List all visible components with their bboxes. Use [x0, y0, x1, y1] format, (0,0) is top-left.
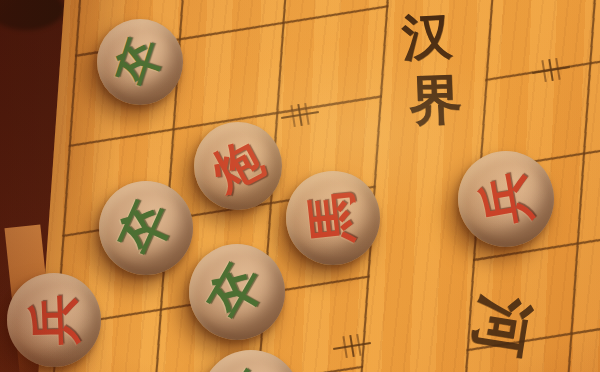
- xiangqi-board-photo: 汉 界 河 卒 炮 馬 卒 卒 兵 兵 卒: [0, 0, 600, 372]
- piece-character: 兵: [5, 271, 102, 368]
- piece-character: 兵: [450, 143, 561, 254]
- xiangqi-piece[interactable]: 炮: [194, 122, 282, 210]
- xiangqi-piece[interactable]: 馬: [286, 171, 380, 265]
- river-label-han: 汉: [401, 11, 454, 64]
- xiangqi-piece[interactable]: 兵: [458, 151, 554, 247]
- xiangqi-piece[interactable]: 兵: [7, 273, 101, 367]
- river-label-he-rotated: 河: [468, 292, 537, 361]
- piece-character: 馬: [281, 166, 384, 269]
- river-label-jie: 界: [408, 73, 463, 128]
- off-board-piece-shadow: [0, 0, 64, 30]
- xiangqi-piece[interactable]: 卒: [189, 244, 285, 340]
- grid-line: [50, 366, 363, 372]
- xiangqi-piece[interactable]: 卒: [97, 19, 183, 105]
- xiangqi-piece[interactable]: 卒: [99, 181, 193, 275]
